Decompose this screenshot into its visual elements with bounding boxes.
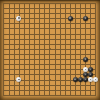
stone-center-mark [18, 17, 20, 19]
grid-line-vertical [55, 3, 56, 96]
hoshi-point [18, 48, 20, 50]
stone-center-mark [74, 79, 76, 81]
black-stone-R16 [83, 16, 88, 21]
stone-center-mark [85, 69, 87, 71]
white-stone-T4 [93, 77, 98, 82]
grid-line-horizontal [3, 54, 96, 55]
white-stone-D4 [16, 77, 21, 82]
grid-line-horizontal [3, 85, 96, 86]
screenshot-stage [0, 0, 100, 100]
grid-line-horizontal [3, 95, 96, 96]
stone-center-mark [69, 17, 71, 19]
grid-line-vertical [65, 3, 66, 96]
black-stone-R8 [83, 57, 88, 62]
hoshi-point [49, 48, 51, 50]
stone-center-mark [85, 17, 87, 19]
stone-center-mark [80, 79, 82, 81]
white-stone-D16 [16, 16, 21, 21]
stone-center-mark [85, 58, 87, 60]
black-stone-Q4 [78, 77, 83, 82]
stone-center-mark [18, 79, 20, 81]
stone-center-mark [85, 74, 87, 76]
black-stone-P4 [73, 77, 78, 82]
stone-center-mark [90, 69, 92, 71]
stone-center-mark [90, 74, 92, 76]
black-stone-O16 [68, 16, 73, 21]
go-board[interactable] [0, 0, 100, 100]
hoshi-point [49, 79, 51, 81]
grid-line-horizontal [3, 90, 96, 91]
grid-line-vertical [60, 3, 61, 96]
stone-center-mark [95, 79, 97, 81]
grid-line-horizontal [3, 64, 96, 65]
stone-center-mark [90, 79, 92, 81]
stone-center-mark [85, 79, 87, 81]
